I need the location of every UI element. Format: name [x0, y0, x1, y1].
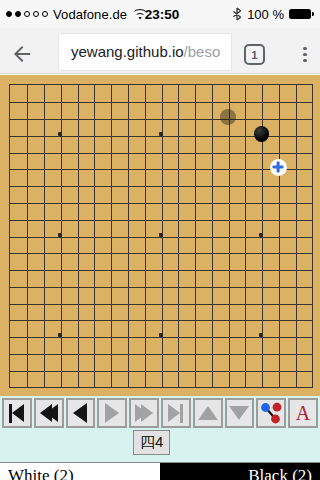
url-field[interactable]: yewang.github.io/beso: [58, 33, 232, 71]
clock-label: 23:50: [145, 7, 180, 22]
url-path: /beso: [184, 43, 221, 60]
phone-screen: Vodafone.de 23:50 100 % yewang.github.io…: [0, 0, 320, 480]
fast-rewind-button[interactable]: [34, 398, 64, 428]
star-point: [159, 333, 163, 337]
ghost-stone-black: [220, 109, 236, 125]
battery-percent-label: 100 %: [247, 7, 284, 22]
black-player-label: Black (2): [160, 463, 320, 480]
signal-strength-icon: [6, 11, 48, 17]
star-point: [58, 132, 62, 136]
variation-up-button[interactable]: [193, 398, 223, 428]
star-point: [159, 132, 163, 136]
nav-button-row: A: [0, 396, 320, 428]
fast-forward-button[interactable]: [129, 398, 159, 428]
move-number-label[interactable]: 四4: [133, 430, 170, 455]
star-point: [58, 233, 62, 237]
carrier-label: Vodafone.de: [53, 7, 127, 22]
tab-switcher-button[interactable]: 1: [244, 44, 265, 65]
tab-count: 1: [251, 49, 257, 61]
browser-toolbar: yewang.github.io/beso 1: [0, 28, 320, 74]
battery-icon: [289, 9, 314, 19]
star-point: [259, 233, 263, 237]
navigation-panel: A 四4: [0, 396, 320, 462]
bluetooth-icon: [232, 7, 242, 21]
step-forward-button[interactable]: [97, 398, 127, 428]
white-player-label: White (2): [0, 463, 160, 480]
star-point: [259, 333, 263, 337]
star-point: [58, 333, 62, 337]
jump-to-end-button[interactable]: [161, 398, 191, 428]
label-tool-glyph: A: [296, 403, 310, 423]
game-tree-button[interactable]: [256, 398, 286, 428]
go-board[interactable]: [0, 75, 320, 396]
variation-down-button[interactable]: [225, 398, 255, 428]
label-tool-button[interactable]: A: [288, 398, 318, 428]
status-bar: Vodafone.de 23:50 100 %: [0, 0, 320, 28]
black-stone: [254, 126, 270, 142]
player-status-bar: White (2) Black (2): [0, 462, 320, 480]
menu-button[interactable]: [295, 44, 315, 65]
back-button[interactable]: [10, 42, 34, 66]
move-cursor-icon[interactable]: [270, 159, 287, 176]
jump-to-start-button[interactable]: [2, 398, 32, 428]
game-tree-icon: [260, 402, 283, 425]
step-back-button[interactable]: [66, 398, 96, 428]
star-point: [159, 233, 163, 237]
board-intersections: [1, 75, 320, 394]
url-host: yewang.github.io: [71, 43, 184, 60]
